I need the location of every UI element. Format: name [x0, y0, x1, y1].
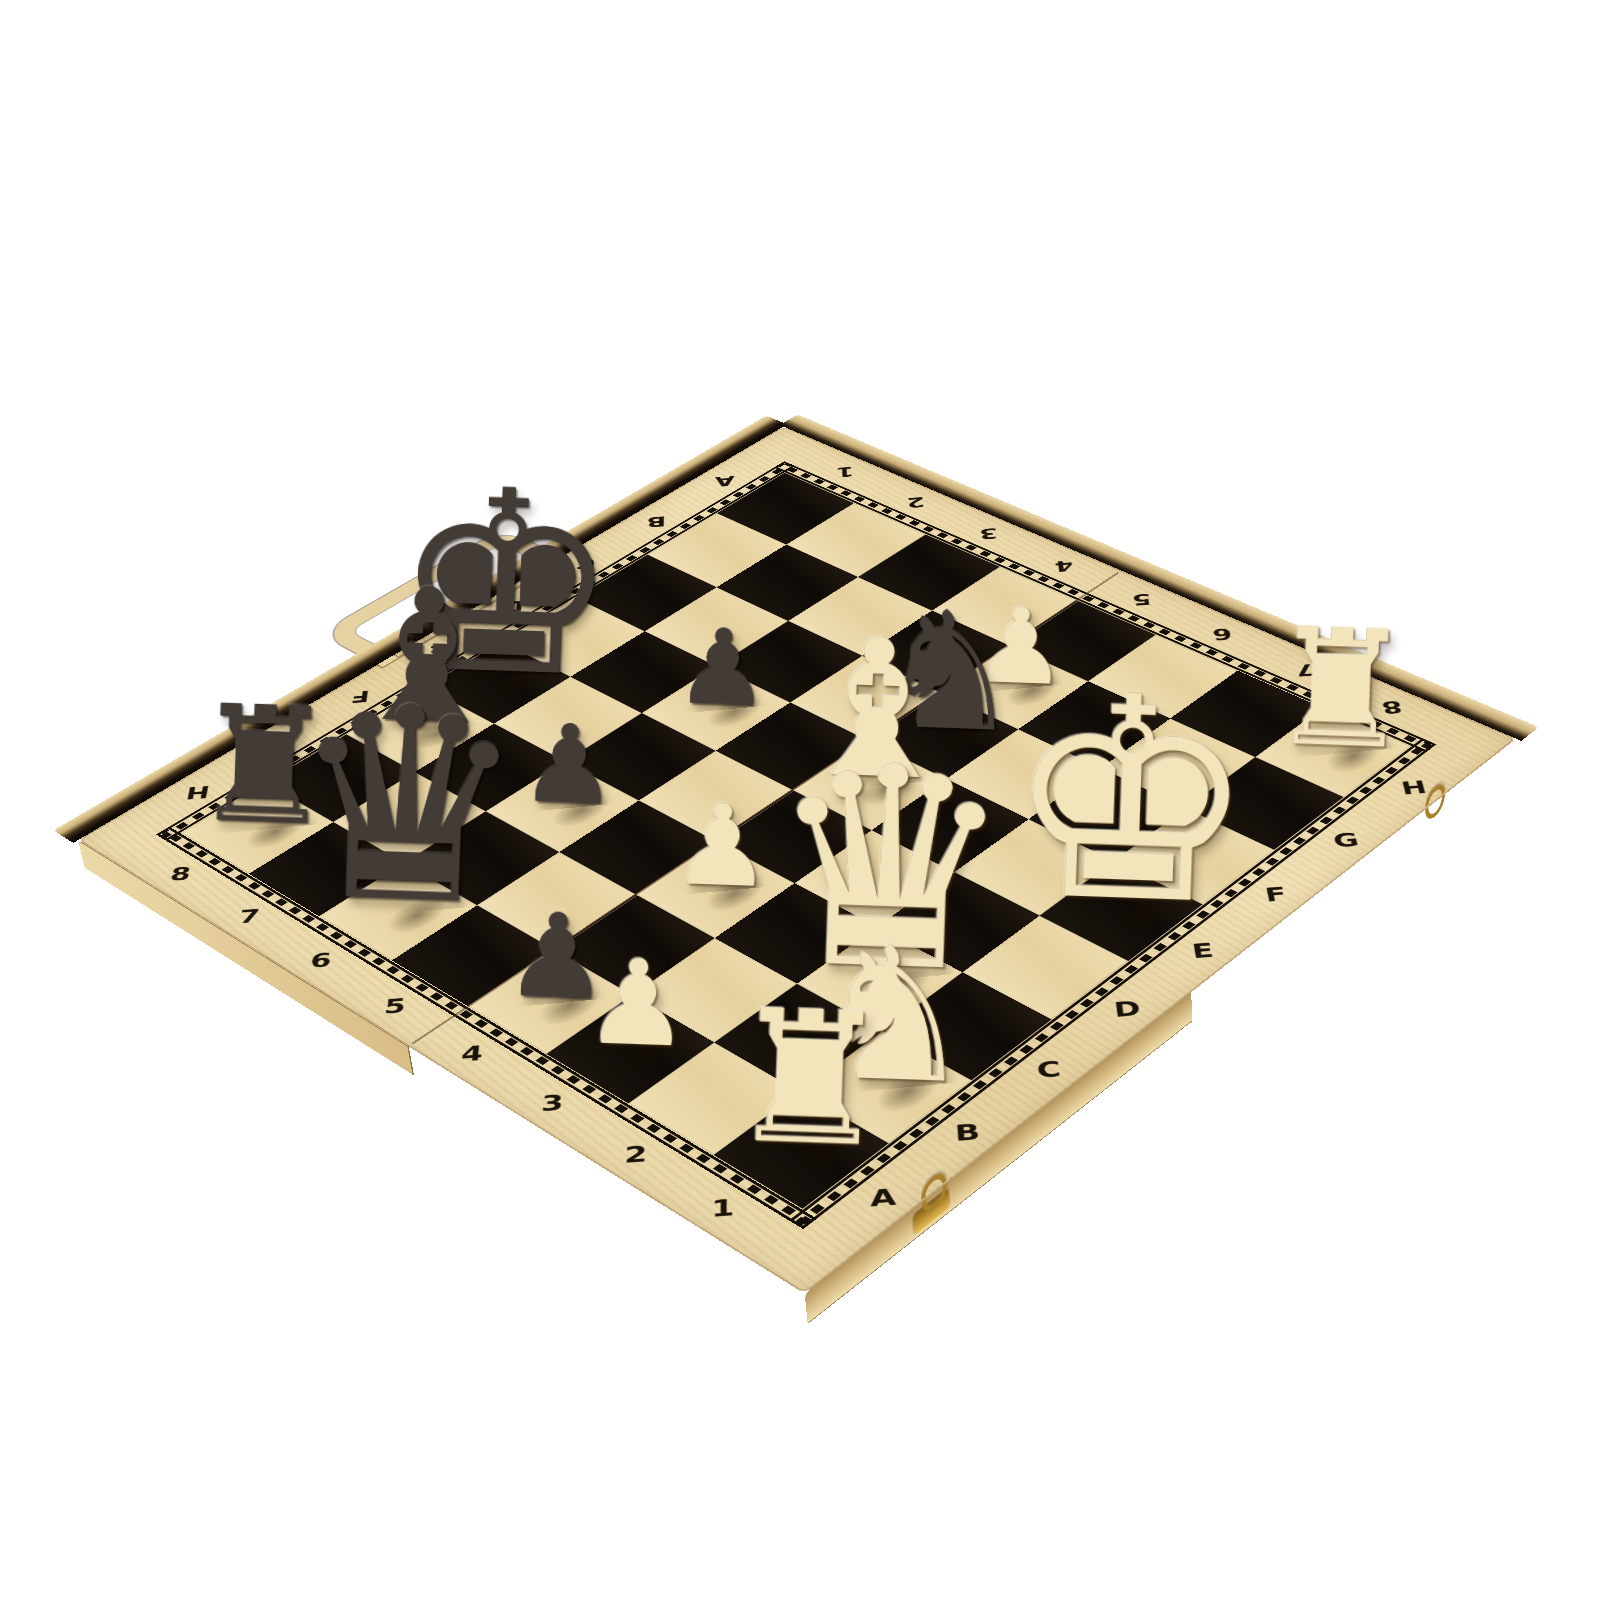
- coordinate-label: 1: [701, 1164, 745, 1253]
- camera-tilt-wrapper: HGFEDCBA 87654321 ABCDEFGH 12345678 ♜♝♚♛…: [0, 0, 1600, 1600]
- white-pawn-a3[interactable]: ♟: [582, 955, 691, 1053]
- black-queen-a6[interactable]: ♛: [283, 696, 529, 917]
- product-photo: HGFEDCBA 87654321 ABCDEFGH 12345678 ♜♝♚♛…: [0, 0, 1600, 1600]
- black-pawn-c6[interactable]: ♟: [518, 720, 618, 810]
- fold-seam-side: [407, 1047, 414, 1076]
- brass-latch: [1417, 799, 1446, 841]
- squares-grid: ♜♝♚♛♟♟♟♟♝♞♟♟♛♜♞♚♜: [181, 473, 1411, 1209]
- white-rook-h1[interactable]: ♜: [1266, 623, 1415, 757]
- white-pawn-c4[interactable]: ♟: [670, 800, 773, 893]
- white-king-e1[interactable]: ♚: [1001, 684, 1260, 917]
- square-h1[interactable]: ♜: [1255, 708, 1410, 797]
- black-pawn-e6[interactable]: ♟: [674, 625, 770, 712]
- white-rook-a1[interactable]: ♜: [725, 1004, 893, 1155]
- chess-board: HGFEDCBA 87654321 ABCDEFGH 12345678 ♜♝♚♛…: [78, 427, 1516, 1294]
